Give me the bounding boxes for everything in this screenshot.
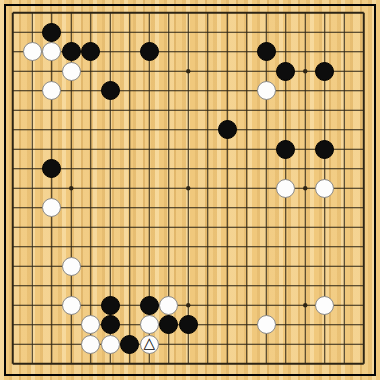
board-point[interactable] xyxy=(23,179,43,199)
board-point[interactable] xyxy=(159,62,179,82)
board-point[interactable] xyxy=(101,62,121,82)
board-point[interactable] xyxy=(159,179,179,199)
board-point[interactable] xyxy=(296,198,316,218)
board-point[interactable] xyxy=(3,42,23,62)
board-point[interactable] xyxy=(335,101,355,121)
board-point[interactable] xyxy=(335,354,355,374)
board-point[interactable] xyxy=(237,101,257,121)
board-point[interactable] xyxy=(159,120,179,140)
board-point[interactable]: △ xyxy=(140,335,160,355)
board-point[interactable] xyxy=(179,354,199,374)
board-point[interactable] xyxy=(237,335,257,355)
board-point[interactable] xyxy=(101,120,121,140)
board-point[interactable] xyxy=(140,23,160,43)
board-point[interactable] xyxy=(120,62,140,82)
board-point[interactable] xyxy=(120,218,140,238)
board-point[interactable] xyxy=(296,81,316,101)
board-point[interactable] xyxy=(140,159,160,179)
board-point[interactable] xyxy=(81,42,101,62)
board-point[interactable] xyxy=(354,276,374,296)
board-point[interactable] xyxy=(237,354,257,374)
board-point[interactable] xyxy=(42,315,62,335)
board-point[interactable] xyxy=(296,354,316,374)
board-point[interactable] xyxy=(42,198,62,218)
board-point[interactable] xyxy=(101,179,121,199)
board-point[interactable] xyxy=(3,276,23,296)
board-point[interactable] xyxy=(315,315,335,335)
board-point[interactable] xyxy=(120,276,140,296)
board-point[interactable] xyxy=(179,276,199,296)
board-point[interactable] xyxy=(218,276,238,296)
board-point[interactable] xyxy=(296,101,316,121)
board-point[interactable] xyxy=(42,179,62,199)
board-point[interactable] xyxy=(218,3,238,23)
board-point[interactable] xyxy=(335,81,355,101)
board-point[interactable] xyxy=(218,354,238,374)
board-point[interactable] xyxy=(101,101,121,121)
board-point[interactable] xyxy=(62,3,82,23)
board-point[interactable] xyxy=(218,198,238,218)
board-point[interactable] xyxy=(81,140,101,160)
board-point[interactable] xyxy=(315,179,335,199)
board-point[interactable] xyxy=(42,120,62,140)
board-point[interactable] xyxy=(237,257,257,277)
board-point[interactable] xyxy=(198,159,218,179)
board-point[interactable] xyxy=(3,296,23,316)
board-point[interactable] xyxy=(3,81,23,101)
board-point[interactable] xyxy=(81,120,101,140)
board-point[interactable] xyxy=(42,354,62,374)
board-point[interactable] xyxy=(3,140,23,160)
board-point[interactable] xyxy=(120,237,140,257)
board-point[interactable] xyxy=(354,140,374,160)
board-point[interactable] xyxy=(42,335,62,355)
board-point[interactable] xyxy=(335,3,355,23)
board-point[interactable] xyxy=(81,179,101,199)
board-point[interactable] xyxy=(101,218,121,238)
board-point[interactable] xyxy=(315,42,335,62)
board-point[interactable] xyxy=(179,42,199,62)
board-point[interactable] xyxy=(81,101,101,121)
board-point[interactable] xyxy=(354,198,374,218)
board-point[interactable] xyxy=(218,101,238,121)
board-point[interactable] xyxy=(237,276,257,296)
board-point[interactable] xyxy=(159,218,179,238)
board-point[interactable] xyxy=(296,276,316,296)
board-point[interactable] xyxy=(276,218,296,238)
board-point[interactable] xyxy=(101,335,121,355)
board-point[interactable] xyxy=(101,81,121,101)
board-point[interactable] xyxy=(335,257,355,277)
board-point[interactable] xyxy=(3,23,23,43)
board-point[interactable] xyxy=(257,218,277,238)
board-point[interactable] xyxy=(23,101,43,121)
board-point[interactable] xyxy=(159,354,179,374)
board-point[interactable] xyxy=(179,237,199,257)
board-point[interactable] xyxy=(335,315,355,335)
board-point[interactable] xyxy=(62,140,82,160)
board-point[interactable] xyxy=(354,81,374,101)
board-point[interactable] xyxy=(354,315,374,335)
board-point[interactable] xyxy=(315,354,335,374)
board-point[interactable] xyxy=(218,62,238,82)
board-point[interactable] xyxy=(354,42,374,62)
board-point[interactable] xyxy=(179,23,199,43)
board-point[interactable] xyxy=(62,42,82,62)
board-point[interactable] xyxy=(23,315,43,335)
board-point[interactable] xyxy=(257,335,277,355)
board-point[interactable] xyxy=(159,101,179,121)
board-point[interactable] xyxy=(315,140,335,160)
board-point[interactable] xyxy=(237,179,257,199)
board-point[interactable] xyxy=(335,296,355,316)
board-point[interactable] xyxy=(3,315,23,335)
board-point[interactable] xyxy=(296,315,316,335)
board-point[interactable] xyxy=(354,218,374,238)
board-point[interactable] xyxy=(257,276,277,296)
board-point[interactable] xyxy=(257,296,277,316)
board-point[interactable] xyxy=(81,315,101,335)
board-point[interactable] xyxy=(354,101,374,121)
board-point[interactable] xyxy=(296,296,316,316)
board-point[interactable] xyxy=(257,3,277,23)
board-point[interactable] xyxy=(120,42,140,62)
board-point[interactable] xyxy=(237,23,257,43)
board-point[interactable] xyxy=(354,296,374,316)
board-point[interactable] xyxy=(179,296,199,316)
board-point[interactable] xyxy=(237,315,257,335)
board-point[interactable] xyxy=(198,276,218,296)
board-point[interactable] xyxy=(140,354,160,374)
board-point[interactable] xyxy=(101,354,121,374)
board-point[interactable] xyxy=(120,257,140,277)
board-point[interactable] xyxy=(198,257,218,277)
board-point[interactable] xyxy=(140,81,160,101)
board-point[interactable] xyxy=(198,101,218,121)
board-point[interactable] xyxy=(120,3,140,23)
board-point[interactable] xyxy=(140,315,160,335)
board-point[interactable] xyxy=(315,23,335,43)
board-point[interactable] xyxy=(101,237,121,257)
board-point[interactable] xyxy=(3,159,23,179)
board-point[interactable] xyxy=(159,42,179,62)
board-point[interactable] xyxy=(140,42,160,62)
board-point[interactable] xyxy=(179,159,199,179)
board-point[interactable] xyxy=(218,296,238,316)
board-point[interactable] xyxy=(179,315,199,335)
board-point[interactable] xyxy=(315,159,335,179)
board-point[interactable] xyxy=(3,198,23,218)
board-point[interactable] xyxy=(179,179,199,199)
board-point[interactable] xyxy=(140,218,160,238)
board-point[interactable] xyxy=(179,81,199,101)
board-point[interactable] xyxy=(198,3,218,23)
board-point[interactable] xyxy=(198,140,218,160)
board-point[interactable] xyxy=(179,3,199,23)
board-point[interactable] xyxy=(257,237,277,257)
board-point[interactable] xyxy=(23,62,43,82)
board-point[interactable] xyxy=(120,335,140,355)
board-point[interactable] xyxy=(237,296,257,316)
board-point[interactable] xyxy=(335,237,355,257)
board-point[interactable] xyxy=(159,237,179,257)
board-point[interactable] xyxy=(42,140,62,160)
board-point[interactable] xyxy=(296,23,316,43)
board-point[interactable] xyxy=(315,296,335,316)
board-point[interactable] xyxy=(257,42,277,62)
board-point[interactable] xyxy=(120,354,140,374)
board-point[interactable] xyxy=(42,237,62,257)
board-point[interactable] xyxy=(101,257,121,277)
board-point[interactable] xyxy=(62,120,82,140)
board-point[interactable] xyxy=(296,218,316,238)
board-point[interactable] xyxy=(257,62,277,82)
board-point[interactable] xyxy=(101,198,121,218)
board-point[interactable] xyxy=(354,120,374,140)
board-point[interactable] xyxy=(276,42,296,62)
board-point[interactable] xyxy=(120,315,140,335)
board-point[interactable] xyxy=(354,354,374,374)
board-point[interactable] xyxy=(23,218,43,238)
board-point[interactable] xyxy=(140,198,160,218)
board-point[interactable] xyxy=(179,120,199,140)
board-point[interactable] xyxy=(42,218,62,238)
board-point[interactable] xyxy=(120,81,140,101)
board-point[interactable] xyxy=(276,335,296,355)
board-point[interactable] xyxy=(23,120,43,140)
board-point[interactable] xyxy=(257,257,277,277)
board-point[interactable] xyxy=(42,276,62,296)
board-point[interactable] xyxy=(101,140,121,160)
board-point[interactable] xyxy=(276,159,296,179)
board-point[interactable] xyxy=(335,62,355,82)
board-point[interactable] xyxy=(3,179,23,199)
board-point[interactable] xyxy=(296,257,316,277)
board-point[interactable] xyxy=(315,3,335,23)
board-point[interactable] xyxy=(354,335,374,355)
board-point[interactable] xyxy=(354,23,374,43)
board-point[interactable] xyxy=(198,81,218,101)
board-point[interactable] xyxy=(159,159,179,179)
board-point[interactable] xyxy=(257,159,277,179)
board-point[interactable] xyxy=(42,101,62,121)
board-point[interactable] xyxy=(315,276,335,296)
board-point[interactable] xyxy=(42,23,62,43)
board-point[interactable] xyxy=(237,218,257,238)
board-point[interactable] xyxy=(23,198,43,218)
board-point[interactable] xyxy=(62,315,82,335)
board-point[interactable] xyxy=(42,159,62,179)
board-point[interactable] xyxy=(296,62,316,82)
board-point[interactable] xyxy=(276,198,296,218)
board-point[interactable] xyxy=(62,81,82,101)
board-point[interactable] xyxy=(159,315,179,335)
board-point[interactable] xyxy=(23,42,43,62)
board-point[interactable] xyxy=(140,296,160,316)
board-point[interactable] xyxy=(198,218,218,238)
board-point[interactable] xyxy=(140,179,160,199)
board-point[interactable] xyxy=(218,81,238,101)
board-point[interactable] xyxy=(198,237,218,257)
board-point[interactable] xyxy=(62,218,82,238)
board-point[interactable] xyxy=(315,198,335,218)
board-point[interactable] xyxy=(237,81,257,101)
board-point[interactable] xyxy=(159,81,179,101)
board-point[interactable] xyxy=(315,257,335,277)
board-point[interactable] xyxy=(62,296,82,316)
board-point[interactable] xyxy=(335,140,355,160)
board-point[interactable] xyxy=(140,237,160,257)
board-point[interactable] xyxy=(296,179,316,199)
board-point[interactable] xyxy=(335,120,355,140)
board-point[interactable] xyxy=(140,62,160,82)
board-point[interactable] xyxy=(3,120,23,140)
board-point[interactable] xyxy=(296,3,316,23)
board-point[interactable] xyxy=(276,315,296,335)
board-point[interactable] xyxy=(23,23,43,43)
board-point[interactable] xyxy=(62,23,82,43)
board-point[interactable] xyxy=(23,159,43,179)
board-point[interactable] xyxy=(335,23,355,43)
board-point[interactable] xyxy=(198,315,218,335)
board-point[interactable] xyxy=(315,335,335,355)
board-point[interactable] xyxy=(198,335,218,355)
board-point[interactable] xyxy=(101,23,121,43)
board-point[interactable] xyxy=(198,120,218,140)
board-point[interactable] xyxy=(237,120,257,140)
board-point[interactable] xyxy=(335,335,355,355)
board-point[interactable] xyxy=(237,198,257,218)
board-point[interactable] xyxy=(198,42,218,62)
board-point[interactable] xyxy=(81,237,101,257)
board-point[interactable] xyxy=(81,3,101,23)
board-point[interactable] xyxy=(296,140,316,160)
board-point[interactable] xyxy=(335,159,355,179)
board-point[interactable] xyxy=(3,354,23,374)
board-point[interactable] xyxy=(23,335,43,355)
board-point[interactable] xyxy=(62,62,82,82)
board-point[interactable] xyxy=(218,218,238,238)
board-point[interactable] xyxy=(140,257,160,277)
board-point[interactable] xyxy=(81,257,101,277)
board-point[interactable] xyxy=(159,257,179,277)
board-point[interactable] xyxy=(257,315,277,335)
board-point[interactable] xyxy=(237,237,257,257)
board-point[interactable] xyxy=(101,276,121,296)
board-point[interactable] xyxy=(276,276,296,296)
board-point[interactable] xyxy=(315,81,335,101)
board-point[interactable] xyxy=(198,62,218,82)
board-point[interactable] xyxy=(276,354,296,374)
board-point[interactable] xyxy=(120,140,140,160)
board-point[interactable] xyxy=(218,315,238,335)
board-point[interactable] xyxy=(159,276,179,296)
board-point[interactable] xyxy=(315,237,335,257)
board-point[interactable] xyxy=(335,276,355,296)
board-point[interactable] xyxy=(81,276,101,296)
board-point[interactable] xyxy=(335,198,355,218)
board-point[interactable] xyxy=(62,101,82,121)
board-point[interactable] xyxy=(198,198,218,218)
board-point[interactable] xyxy=(218,120,238,140)
board-point[interactable] xyxy=(3,257,23,277)
board-point[interactable] xyxy=(81,335,101,355)
board-point[interactable] xyxy=(179,198,199,218)
board-point[interactable] xyxy=(42,3,62,23)
board-point[interactable] xyxy=(218,237,238,257)
board-point[interactable] xyxy=(354,179,374,199)
board-point[interactable] xyxy=(237,159,257,179)
board-point[interactable] xyxy=(335,42,355,62)
board-point[interactable] xyxy=(276,237,296,257)
board-point[interactable] xyxy=(120,296,140,316)
board-point[interactable] xyxy=(257,354,277,374)
board-point[interactable] xyxy=(159,3,179,23)
board-point[interactable] xyxy=(354,237,374,257)
board-point[interactable] xyxy=(276,296,296,316)
board-point[interactable] xyxy=(23,81,43,101)
board-point[interactable] xyxy=(23,354,43,374)
board-point[interactable] xyxy=(276,120,296,140)
board-point[interactable] xyxy=(315,218,335,238)
board-point[interactable] xyxy=(218,140,238,160)
board-point[interactable] xyxy=(3,3,23,23)
board-point[interactable] xyxy=(120,198,140,218)
board-point[interactable] xyxy=(23,257,43,277)
board-point[interactable] xyxy=(62,159,82,179)
board-point[interactable] xyxy=(257,179,277,199)
board-point[interactable] xyxy=(120,120,140,140)
board-point[interactable] xyxy=(237,140,257,160)
board-point[interactable] xyxy=(257,198,277,218)
board-point[interactable] xyxy=(354,62,374,82)
board-point[interactable] xyxy=(179,101,199,121)
board-point[interactable] xyxy=(120,159,140,179)
board-point[interactable] xyxy=(198,179,218,199)
board-point[interactable] xyxy=(159,23,179,43)
board-point[interactable] xyxy=(315,101,335,121)
board-point[interactable] xyxy=(3,101,23,121)
board-point[interactable] xyxy=(237,3,257,23)
board-point[interactable] xyxy=(198,23,218,43)
board-point[interactable] xyxy=(354,159,374,179)
board-point[interactable] xyxy=(276,140,296,160)
board-point[interactable] xyxy=(218,42,238,62)
board-point[interactable] xyxy=(81,354,101,374)
board-point[interactable] xyxy=(101,315,121,335)
board-point[interactable] xyxy=(257,101,277,121)
board-point[interactable] xyxy=(179,62,199,82)
board-point[interactable] xyxy=(81,296,101,316)
board-point[interactable] xyxy=(101,159,121,179)
board-point[interactable] xyxy=(3,335,23,355)
board-point[interactable] xyxy=(101,42,121,62)
board-point[interactable] xyxy=(257,120,277,140)
board-point[interactable] xyxy=(276,81,296,101)
board-point[interactable] xyxy=(140,120,160,140)
board-point[interactable] xyxy=(23,140,43,160)
board-point[interactable] xyxy=(218,23,238,43)
board-point[interactable] xyxy=(198,296,218,316)
board-point[interactable] xyxy=(335,179,355,199)
board-point[interactable] xyxy=(42,42,62,62)
board-point[interactable] xyxy=(354,257,374,277)
board-point[interactable] xyxy=(81,81,101,101)
board-point[interactable] xyxy=(179,335,199,355)
board-point[interactable] xyxy=(120,101,140,121)
board-point[interactable] xyxy=(120,179,140,199)
board-point[interactable] xyxy=(179,140,199,160)
